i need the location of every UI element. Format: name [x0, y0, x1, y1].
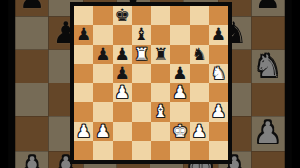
square-d4[interactable]	[132, 83, 151, 102]
piece-black-bishop: ♝	[132, 25, 151, 44]
square-g4[interactable]	[190, 83, 209, 102]
square-e6[interactable]: ♜	[151, 45, 170, 64]
square-h7[interactable]: ♟	[209, 25, 228, 44]
bg-piece-white-pawn: ♟	[251, 117, 285, 151]
square-b3[interactable]	[93, 102, 112, 121]
square-d7[interactable]: ♝	[132, 25, 151, 44]
piece-white-king: ♚	[170, 122, 189, 141]
square-h1[interactable]	[209, 141, 228, 160]
bg-square-a5	[15, 49, 49, 83]
square-g6[interactable]: ♞	[190, 45, 209, 64]
piece-white-pawn: ♟	[74, 122, 93, 141]
square-f3[interactable]	[170, 102, 189, 121]
square-e8[interactable]	[151, 6, 170, 25]
square-e5[interactable]	[151, 64, 170, 83]
bg-square-h3: ♟	[251, 117, 285, 151]
bg-square-a6	[15, 16, 49, 50]
piece-white-pawn: ♟	[93, 122, 112, 141]
piece-black-pawn: ♟	[113, 45, 132, 64]
square-b1[interactable]	[93, 141, 112, 160]
square-b2[interactable]: ♟	[93, 122, 112, 141]
square-e2[interactable]	[151, 122, 170, 141]
square-d8[interactable]	[132, 6, 151, 25]
video-frame: ♚♟♝♟♟♟♜♜♞♟♟♞♟♟♝♟♟♟♚♟ ♚♟♝♟♟♟♜♜♞♟♟♞♟♟♝♟♟♟♚…	[0, 0, 300, 168]
square-c7[interactable]	[113, 25, 132, 44]
bg-square-h2	[251, 150, 285, 168]
piece-white-pawn: ♟	[209, 102, 228, 121]
square-h5[interactable]: ♞	[209, 64, 228, 83]
piece-black-pawn: ♟	[170, 64, 189, 83]
square-a6[interactable]	[74, 45, 93, 64]
square-e3[interactable]: ♝	[151, 102, 170, 121]
square-a2[interactable]: ♟	[74, 122, 93, 141]
square-a5[interactable]	[74, 64, 93, 83]
square-h4[interactable]	[209, 83, 228, 102]
square-e7[interactable]	[151, 25, 170, 44]
square-c3[interactable]	[113, 102, 132, 121]
square-d3[interactable]	[132, 102, 151, 121]
bg-square-a7: ♟	[15, 0, 49, 16]
square-d5[interactable]	[132, 64, 151, 83]
square-f7[interactable]	[170, 25, 189, 44]
square-e1[interactable]	[151, 141, 170, 160]
piece-black-rook: ♜	[151, 45, 170, 64]
square-a4[interactable]	[74, 83, 93, 102]
square-f1[interactable]	[170, 141, 189, 160]
chess-board[interactable]: ♚♟♝♟♟♟♜♜♞♟♟♞♟♟♝♟♟♟♚♟	[70, 2, 232, 164]
square-c1[interactable]	[113, 141, 132, 160]
square-a8[interactable]	[74, 6, 93, 25]
piece-black-pawn: ♟	[93, 45, 112, 64]
square-f5[interactable]: ♟	[170, 64, 189, 83]
piece-white-pawn: ♟	[170, 83, 189, 102]
bg-square-h4	[251, 83, 285, 117]
square-c8[interactable]: ♚	[113, 6, 132, 25]
piece-white-rook: ♜	[132, 45, 151, 64]
square-g5[interactable]	[190, 64, 209, 83]
piece-black-pawn: ♟	[74, 25, 93, 44]
bg-square-a2: ♟	[15, 150, 49, 168]
square-h3[interactable]: ♟	[209, 102, 228, 121]
square-f4[interactable]: ♟	[170, 83, 189, 102]
piece-white-pawn: ♟	[190, 122, 209, 141]
square-e4[interactable]	[151, 83, 170, 102]
square-b8[interactable]	[93, 6, 112, 25]
piece-white-bishop: ♝	[151, 102, 170, 121]
square-h6[interactable]	[209, 45, 228, 64]
square-g2[interactable]: ♟	[190, 122, 209, 141]
bg-square-a4	[15, 83, 49, 117]
square-g8[interactable]	[190, 6, 209, 25]
piece-black-pawn: ♟	[209, 25, 228, 44]
piece-black-knight: ♞	[190, 45, 209, 64]
square-g7[interactable]	[190, 25, 209, 44]
square-f8[interactable]	[170, 6, 189, 25]
bg-piece-white-knight: ♞	[251, 49, 285, 83]
square-b4[interactable]	[93, 83, 112, 102]
square-c4[interactable]: ♟	[113, 83, 132, 102]
square-a7[interactable]: ♟	[74, 25, 93, 44]
square-f6[interactable]	[170, 45, 189, 64]
piece-white-pawn: ♟	[113, 83, 132, 102]
bg-piece-white-pawn: ♟	[15, 150, 49, 168]
piece-black-pawn: ♟	[113, 64, 132, 83]
square-h2[interactable]	[209, 122, 228, 141]
square-c5[interactable]: ♟	[113, 64, 132, 83]
piece-black-king: ♚	[113, 6, 132, 25]
square-g3[interactable]	[190, 102, 209, 121]
bg-square-h6	[251, 16, 285, 50]
bg-square-a3	[15, 117, 49, 151]
square-b6[interactable]: ♟	[93, 45, 112, 64]
bg-piece-black-pawn: ♟	[251, 0, 285, 16]
square-a1[interactable]	[74, 141, 93, 160]
square-h8[interactable]	[209, 6, 228, 25]
square-d1[interactable]	[132, 141, 151, 160]
bg-square-h7: ♟	[251, 0, 285, 16]
square-b5[interactable]	[93, 64, 112, 83]
square-c6[interactable]: ♟	[113, 45, 132, 64]
bg-piece-black-pawn: ♟	[15, 0, 49, 16]
square-d6[interactable]: ♜	[132, 45, 151, 64]
square-c2[interactable]	[113, 122, 132, 141]
square-a3[interactable]	[74, 102, 93, 121]
square-f2[interactable]: ♚	[170, 122, 189, 141]
square-g1[interactable]	[190, 141, 209, 160]
bg-square-h5: ♞	[251, 49, 285, 83]
square-b7[interactable]	[93, 25, 112, 44]
square-d2[interactable]	[132, 122, 151, 141]
piece-white-knight: ♞	[209, 64, 228, 83]
